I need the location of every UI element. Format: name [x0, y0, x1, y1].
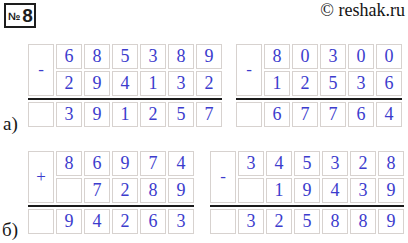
digit-cell: 6	[140, 209, 166, 234]
digit-cell: 2	[196, 71, 222, 96]
digit-cell: 1	[140, 71, 166, 96]
digit-cell: 4	[112, 71, 138, 96]
digit-cell: 7	[84, 178, 110, 203]
minus-sign: -	[28, 44, 54, 96]
numero-sign: №	[8, 10, 20, 22]
site-watermark: © reshak.ru	[320, 0, 405, 21]
digit-cell: 3	[168, 71, 194, 96]
digit-cell: 4	[322, 178, 348, 203]
digit-cell: 4	[84, 209, 110, 234]
digit-cell: 5	[112, 44, 138, 69]
digit-cell: 3	[140, 44, 166, 69]
problem-a2-grid: - 8 0 3 0 0 1 2 5 3 6 6 7 7 6 4	[236, 44, 402, 127]
digit-cell: 3	[348, 71, 374, 96]
digit-cell: 5	[294, 209, 320, 234]
empty-cell	[236, 102, 262, 127]
digit-cell: 1	[112, 102, 138, 127]
digit-cell: 7	[140, 151, 166, 176]
digit-cell: 9	[112, 151, 138, 176]
digit-cell: 6	[376, 71, 402, 96]
problem-a1-grid: - 6 8 5 3 8 9 2 9 4 1 3 2 3 9 1 2 5 7	[28, 44, 222, 127]
empty-digit-cell	[238, 178, 264, 203]
digit-cell: 2	[112, 209, 138, 234]
digit-cell: 2	[112, 178, 138, 203]
result-rule	[236, 98, 402, 100]
digit-cell: 8	[140, 178, 166, 203]
empty-digit-cell	[56, 178, 82, 203]
digit-cell: 0	[292, 44, 318, 69]
digit-cell: 5	[168, 102, 194, 127]
digit-cell: 8	[84, 44, 110, 69]
result-rule	[210, 205, 404, 207]
digit-cell: 0	[348, 44, 374, 69]
digit-cell: 8	[322, 209, 348, 234]
group-label-a: а)	[3, 113, 18, 135]
digit-cell: 2	[56, 71, 82, 96]
digit-cell: 1	[266, 178, 292, 203]
digit-cell: 7	[196, 102, 222, 127]
result-rule	[28, 98, 222, 100]
digit-cell: 6	[264, 102, 290, 127]
digit-cell: 3	[322, 151, 348, 176]
digit-cell: 6	[348, 102, 374, 127]
minus-sign: -	[236, 44, 262, 96]
empty-cell	[28, 102, 54, 127]
digit-cell: 2	[350, 151, 376, 176]
digit-cell: 4	[266, 151, 292, 176]
digit-cell: 9	[56, 209, 82, 234]
digit-cell: 3	[350, 178, 376, 203]
problem-b2-grid: - 3 4 5 3 2 8 1 9 4 3 9 3 2 5 8 8 9	[210, 151, 404, 234]
digit-cell: 4	[168, 151, 194, 176]
empty-cell	[28, 209, 54, 234]
digit-cell: 8	[168, 44, 194, 69]
digit-cell: 5	[320, 71, 346, 96]
exercise-number-box: № 8	[4, 3, 36, 28]
digit-cell: 8	[378, 151, 404, 176]
digit-cell: 3	[238, 209, 264, 234]
digit-cell: 3	[320, 44, 346, 69]
digit-cell: 3	[238, 151, 264, 176]
result-rule	[28, 205, 194, 207]
digit-cell: 9	[196, 44, 222, 69]
digit-cell: 0	[376, 44, 402, 69]
digit-cell: 5	[294, 151, 320, 176]
digit-cell: 2	[292, 71, 318, 96]
digit-cell: 9	[294, 178, 320, 203]
digit-cell: 9	[378, 209, 404, 234]
plus-sign: +	[28, 151, 54, 203]
digit-cell: 2	[140, 102, 166, 127]
digit-cell: 3	[56, 102, 82, 127]
digit-cell: 1	[264, 71, 290, 96]
digit-cell: 4	[376, 102, 402, 127]
digit-cell: 9	[378, 178, 404, 203]
digit-cell: 7	[320, 102, 346, 127]
digit-cell: 8	[264, 44, 290, 69]
digit-cell: 6	[56, 44, 82, 69]
group-label-b: б)	[2, 219, 18, 241]
digit-cell: 2	[266, 209, 292, 234]
digit-cell: 9	[168, 178, 194, 203]
digit-cell: 9	[84, 102, 110, 127]
digit-cell: 9	[84, 71, 110, 96]
digit-cell: 8	[350, 209, 376, 234]
digit-cell: 6	[84, 151, 110, 176]
digit-cell: 3	[168, 209, 194, 234]
digit-cell: 7	[292, 102, 318, 127]
empty-cell	[210, 209, 236, 234]
problem-b1-grid: + 8 6 9 7 4 7 2 8 9 9 4 2 6 3	[28, 151, 194, 234]
exercise-number: 8	[22, 5, 32, 27]
digit-cell: 8	[56, 151, 82, 176]
minus-sign: -	[210, 151, 236, 203]
